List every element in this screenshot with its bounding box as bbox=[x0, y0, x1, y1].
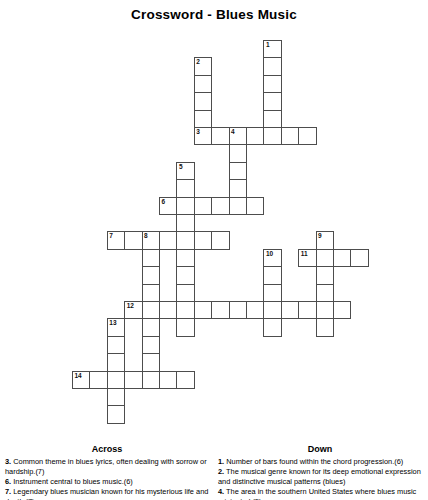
clue-number-10: 10 bbox=[266, 250, 273, 258]
down-clue-list: 1. Number of bars found within the chord… bbox=[218, 457, 422, 500]
grid-cell-r11c6[interactable] bbox=[176, 231, 194, 249]
across-header: Across bbox=[5, 444, 209, 455]
grid-cell-r15c10[interactable] bbox=[246, 301, 264, 319]
grid-cell-r8c6[interactable] bbox=[176, 179, 194, 197]
grid-cell-r11c7[interactable] bbox=[194, 231, 212, 249]
grid-cell-r3c11[interactable] bbox=[263, 92, 281, 110]
grid-cell-r9c8[interactable] bbox=[211, 197, 229, 215]
clue-line: 3. Common theme in blues lyrics, often d… bbox=[5, 457, 209, 467]
clue-number-1: 1 bbox=[266, 41, 270, 49]
grid-cell-r5c7[interactable]: 3 bbox=[194, 127, 212, 145]
clue-line: 2. The musical genre known for its deep … bbox=[218, 467, 422, 477]
grid-cell-r13c4[interactable] bbox=[142, 266, 160, 284]
clue-number-11: 11 bbox=[301, 250, 308, 258]
grid-cell-r17c2[interactable] bbox=[107, 336, 125, 354]
grid-cell-r15c3[interactable]: 12 bbox=[124, 301, 142, 319]
grid-cell-r7c9[interactable] bbox=[229, 162, 247, 180]
grid-cell-r12c14[interactable] bbox=[316, 249, 334, 267]
grid-cell-r14c14[interactable] bbox=[316, 284, 334, 302]
grid-cell-r15c5[interactable] bbox=[159, 301, 177, 319]
grid-cell-r19c5[interactable] bbox=[159, 371, 177, 389]
clue-number-4: 4 bbox=[231, 128, 235, 136]
clue-line: 7. Legendary blues musician known for hi… bbox=[5, 487, 209, 497]
down-clues: Down 1. Number of bars found within the … bbox=[218, 444, 422, 500]
grid-cell-r1c7[interactable]: 2 bbox=[194, 57, 212, 75]
grid-cell-r12c6[interactable] bbox=[176, 249, 194, 267]
clue-number-14: 14 bbox=[75, 372, 82, 380]
grid-cell-r10c6[interactable] bbox=[176, 214, 194, 232]
grid-cell-r11c5[interactable] bbox=[159, 231, 177, 249]
grid-cell-r2c7[interactable] bbox=[194, 75, 212, 93]
grid-cell-r15c4[interactable] bbox=[142, 301, 160, 319]
grid-cell-r15c11[interactable] bbox=[263, 301, 281, 319]
clue-number-12: 12 bbox=[127, 302, 134, 310]
grid-cell-r5c8[interactable] bbox=[211, 127, 229, 145]
grid-cell-r18c4[interactable] bbox=[142, 353, 160, 371]
grid-cell-r15c15[interactable] bbox=[333, 301, 351, 319]
grid-cell-r17c4[interactable] bbox=[142, 336, 160, 354]
down-header: Down bbox=[218, 444, 422, 455]
clue-number-6: 6 bbox=[162, 198, 166, 206]
grid-cell-r11c2[interactable]: 7 bbox=[107, 231, 125, 249]
grid-cell-r11c4[interactable]: 8 bbox=[142, 231, 160, 249]
grid-cell-r9c9[interactable] bbox=[229, 197, 247, 215]
clue-line: 6. Instrument central to blues music.(6) bbox=[5, 477, 209, 487]
grid-cell-r12c11[interactable]: 10 bbox=[263, 249, 281, 267]
grid-cell-r15c6[interactable] bbox=[176, 301, 194, 319]
clue-line: 4. The area in the southern United State… bbox=[218, 487, 422, 497]
grid-cell-r5c9[interactable]: 4 bbox=[229, 127, 247, 145]
grid-cell-r3c7[interactable] bbox=[194, 92, 212, 110]
across-clue-list: 3. Common theme in blues lyrics, often d… bbox=[5, 457, 209, 500]
clue-number-5: 5 bbox=[179, 163, 183, 171]
grid-cell-r16c2[interactable]: 13 bbox=[107, 318, 125, 336]
grid-cell-r14c11[interactable] bbox=[263, 284, 281, 302]
clue-number-13: 13 bbox=[109, 319, 116, 327]
grid-cell-r14c4[interactable] bbox=[142, 284, 160, 302]
grid-cell-r15c14[interactable] bbox=[316, 301, 334, 319]
grid-cell-r5c13[interactable] bbox=[298, 127, 316, 145]
grid-cell-r13c6[interactable] bbox=[176, 266, 194, 284]
clue-number-8: 8 bbox=[144, 232, 148, 240]
grid-cell-r19c0[interactable]: 14 bbox=[72, 371, 90, 389]
grid-cell-r13c11[interactable] bbox=[263, 266, 281, 284]
grid-cell-r12c15[interactable] bbox=[333, 249, 351, 267]
grid-cell-r12c4[interactable] bbox=[142, 249, 160, 267]
clue-number-9: 9 bbox=[318, 232, 322, 240]
grid-cell-r2c11[interactable] bbox=[263, 75, 281, 93]
grid-cell-r20c2[interactable] bbox=[107, 388, 125, 406]
grid-cell-r15c8[interactable] bbox=[211, 301, 229, 319]
grid-cell-r19c1[interactable] bbox=[89, 371, 107, 389]
grid-cell-r9c7[interactable] bbox=[194, 197, 212, 215]
grid-cell-r12c13[interactable]: 11 bbox=[298, 249, 316, 267]
grid-cell-r8c9[interactable] bbox=[229, 179, 247, 197]
grid-cell-r5c10[interactable] bbox=[246, 127, 264, 145]
grid-cell-r16c6[interactable] bbox=[176, 318, 194, 336]
grid-cell-r7c6[interactable]: 5 bbox=[176, 162, 194, 180]
clues-section: Across 3. Common theme in blues lyrics, … bbox=[5, 444, 423, 500]
grid-cell-r15c12[interactable] bbox=[281, 301, 299, 319]
grid-cell-r19c3[interactable] bbox=[124, 371, 142, 389]
grid-cell-r9c5[interactable]: 6 bbox=[159, 197, 177, 215]
across-clues: Across 3. Common theme in blues lyrics, … bbox=[5, 444, 209, 500]
grid-cell-r11c14[interactable]: 9 bbox=[316, 231, 334, 249]
clue-number-3: 3 bbox=[196, 128, 200, 136]
grid-cell-r11c8[interactable] bbox=[211, 231, 229, 249]
grid-cell-r18c2[interactable] bbox=[107, 353, 125, 371]
grid-cell-r13c14[interactable] bbox=[316, 266, 334, 284]
grid-cell-r15c13[interactable] bbox=[298, 301, 316, 319]
grid-cell-r16c14[interactable] bbox=[316, 318, 334, 336]
grid-cell-r9c10[interactable] bbox=[246, 197, 264, 215]
crossword-grid: 1234567891011121314 bbox=[0, 0, 428, 440]
grid-cell-r5c11[interactable] bbox=[263, 127, 281, 145]
grid-cell-r9c6[interactable] bbox=[176, 197, 194, 215]
grid-cell-r11c3[interactable] bbox=[124, 231, 142, 249]
grid-cell-r4c7[interactable] bbox=[194, 110, 212, 128]
grid-cell-r0c11[interactable]: 1 bbox=[263, 40, 281, 58]
grid-cell-r6c9[interactable] bbox=[229, 144, 247, 162]
grid-cell-r19c4[interactable] bbox=[142, 371, 160, 389]
grid-cell-r4c11[interactable] bbox=[263, 110, 281, 128]
clue-line: and distinctive musical patterns (blues) bbox=[218, 477, 422, 487]
grid-cell-r1c11[interactable] bbox=[263, 57, 281, 75]
grid-cell-r12c16[interactable] bbox=[350, 249, 368, 267]
grid-cell-r16c11[interactable] bbox=[263, 318, 281, 336]
clue-number-7: 7 bbox=[109, 232, 113, 240]
grid-cell-r19c2[interactable] bbox=[107, 371, 125, 389]
grid-cell-r15c7[interactable] bbox=[194, 301, 212, 319]
clue-number-2: 2 bbox=[196, 58, 200, 66]
grid-cell-r19c6[interactable] bbox=[176, 371, 194, 389]
grid-cell-r5c12[interactable] bbox=[281, 127, 299, 145]
grid-cell-r16c4[interactable] bbox=[142, 318, 160, 336]
grid-cell-r14c6[interactable] bbox=[176, 284, 194, 302]
grid-cell-r21c2[interactable] bbox=[107, 405, 125, 423]
grid-cell-r15c9[interactable] bbox=[229, 301, 247, 319]
clue-line: 1. Number of bars found within the chord… bbox=[218, 457, 422, 467]
clue-line: hardship.(7) bbox=[5, 467, 209, 477]
